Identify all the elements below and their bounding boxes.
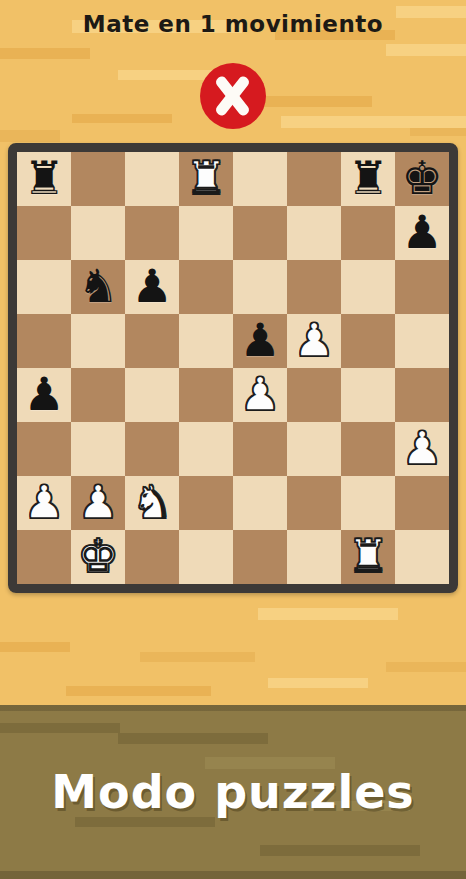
- square-a1[interactable]: [17, 530, 71, 584]
- square-a6[interactable]: [17, 260, 71, 314]
- square-e5[interactable]: ♟: [233, 314, 287, 368]
- square-c7[interactable]: [125, 206, 179, 260]
- white-pawn[interactable]: ♟: [395, 422, 449, 476]
- white-rook[interactable]: ♜: [341, 530, 395, 584]
- square-f7[interactable]: [287, 206, 341, 260]
- white-pawn[interactable]: ♟: [233, 368, 287, 422]
- square-c3[interactable]: [125, 422, 179, 476]
- square-a3[interactable]: [17, 422, 71, 476]
- square-a5[interactable]: [17, 314, 71, 368]
- wrong-move-indicator: [200, 63, 266, 129]
- square-a4[interactable]: ♟: [17, 368, 71, 422]
- square-f1[interactable]: [287, 530, 341, 584]
- white-knight[interactable]: ♞: [125, 476, 179, 530]
- square-g3[interactable]: [341, 422, 395, 476]
- square-e6[interactable]: [233, 260, 287, 314]
- square-g6[interactable]: [341, 260, 395, 314]
- white-pawn[interactable]: ♟: [17, 476, 71, 530]
- square-b4[interactable]: [71, 368, 125, 422]
- square-g1[interactable]: ♜: [341, 530, 395, 584]
- square-g8[interactable]: ♜: [341, 152, 395, 206]
- square-h4[interactable]: [395, 368, 449, 422]
- square-h1[interactable]: [395, 530, 449, 584]
- square-g2[interactable]: [341, 476, 395, 530]
- square-g7[interactable]: [341, 206, 395, 260]
- square-d2[interactable]: [179, 476, 233, 530]
- black-rook[interactable]: ♜: [17, 152, 71, 206]
- square-h5[interactable]: [395, 314, 449, 368]
- square-d5[interactable]: [179, 314, 233, 368]
- square-f5[interactable]: ♟: [287, 314, 341, 368]
- square-c1[interactable]: [125, 530, 179, 584]
- white-pawn[interactable]: ♟: [71, 476, 125, 530]
- square-c6[interactable]: ♟: [125, 260, 179, 314]
- square-a8[interactable]: ♜: [17, 152, 71, 206]
- square-d7[interactable]: [179, 206, 233, 260]
- square-b5[interactable]: [71, 314, 125, 368]
- square-f2[interactable]: [287, 476, 341, 530]
- square-h7[interactable]: ♟: [395, 206, 449, 260]
- square-b1[interactable]: ♚: [71, 530, 125, 584]
- square-c5[interactable]: [125, 314, 179, 368]
- footer-banner: Modo puzzles: [0, 705, 466, 879]
- square-a2[interactable]: ♟: [17, 476, 71, 530]
- square-d6[interactable]: [179, 260, 233, 314]
- square-e3[interactable]: [233, 422, 287, 476]
- black-king[interactable]: ♚: [395, 152, 449, 206]
- square-f8[interactable]: [287, 152, 341, 206]
- chess-board: ♜♜♜♚♟♞♟♟♟♟♟♟♟♟♞♚♜: [8, 143, 458, 593]
- square-d3[interactable]: [179, 422, 233, 476]
- square-b2[interactable]: ♟: [71, 476, 125, 530]
- white-king[interactable]: ♚: [71, 530, 125, 584]
- black-rook[interactable]: ♜: [341, 152, 395, 206]
- black-pawn[interactable]: ♟: [233, 314, 287, 368]
- mode-label: Modo puzzles: [51, 765, 415, 819]
- square-f4[interactable]: [287, 368, 341, 422]
- square-g4[interactable]: [341, 368, 395, 422]
- black-pawn[interactable]: ♟: [125, 260, 179, 314]
- square-f6[interactable]: [287, 260, 341, 314]
- square-d1[interactable]: [179, 530, 233, 584]
- square-e8[interactable]: [233, 152, 287, 206]
- square-e7[interactable]: [233, 206, 287, 260]
- black-pawn[interactable]: ♟: [395, 206, 449, 260]
- puzzle-title: Mate en 1 movimiento: [0, 11, 466, 37]
- square-c2[interactable]: ♞: [125, 476, 179, 530]
- black-pawn[interactable]: ♟: [17, 368, 71, 422]
- square-h8[interactable]: ♚: [395, 152, 449, 206]
- square-h2[interactable]: [395, 476, 449, 530]
- black-knight[interactable]: ♞: [71, 260, 125, 314]
- square-b6[interactable]: ♞: [71, 260, 125, 314]
- square-e1[interactable]: [233, 530, 287, 584]
- square-c4[interactable]: [125, 368, 179, 422]
- square-d8[interactable]: ♜: [179, 152, 233, 206]
- square-f3[interactable]: [287, 422, 341, 476]
- square-e4[interactable]: ♟: [233, 368, 287, 422]
- square-b8[interactable]: [71, 152, 125, 206]
- square-b7[interactable]: [71, 206, 125, 260]
- square-h6[interactable]: [395, 260, 449, 314]
- white-rook[interactable]: ♜: [179, 152, 233, 206]
- square-d4[interactable]: [179, 368, 233, 422]
- square-e2[interactable]: [233, 476, 287, 530]
- square-b3[interactable]: [71, 422, 125, 476]
- square-a7[interactable]: [17, 206, 71, 260]
- square-c8[interactable]: [125, 152, 179, 206]
- square-h3[interactable]: ♟: [395, 422, 449, 476]
- puzzle-controls: 0: [0, 600, 466, 658]
- square-g5[interactable]: [341, 314, 395, 368]
- chess-board-grid[interactable]: ♜♜♜♚♟♞♟♟♟♟♟♟♟♟♞♚♜: [17, 152, 449, 584]
- white-pawn[interactable]: ♟: [287, 314, 341, 368]
